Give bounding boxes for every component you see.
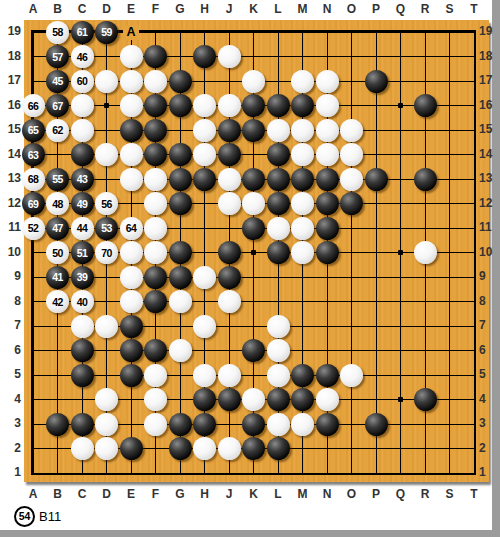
coordinate-label-top: C xyxy=(72,2,92,16)
coordinate-label-bottom: R xyxy=(415,487,435,501)
black-stone[interactable] xyxy=(414,94,437,117)
coordinate-label-right: 7 xyxy=(479,318,494,332)
star-point xyxy=(104,103,109,108)
white-stone[interactable] xyxy=(120,266,143,289)
coordinate-label-right: 1 xyxy=(479,465,494,479)
black-stone[interactable]: 45 xyxy=(46,70,69,93)
black-stone[interactable] xyxy=(267,241,290,264)
white-stone[interactable] xyxy=(218,168,241,191)
black-stone[interactable] xyxy=(267,388,290,411)
coordinate-label-top: T xyxy=(464,2,484,16)
black-stone[interactable]: 65 xyxy=(22,119,45,142)
coordinate-label-bottom: N xyxy=(317,487,337,501)
white-stone[interactable] xyxy=(71,437,94,460)
white-stone[interactable] xyxy=(120,168,143,191)
white-stone[interactable] xyxy=(193,315,216,338)
white-stone[interactable] xyxy=(144,388,167,411)
white-stone[interactable] xyxy=(218,94,241,117)
black-stone[interactable] xyxy=(144,266,167,289)
black-stone[interactable]: 47 xyxy=(46,217,69,240)
black-stone[interactable] xyxy=(120,119,143,142)
black-stone[interactable] xyxy=(144,339,167,362)
coordinate-label-left: 5 xyxy=(1,367,21,381)
coordinate-label-right: 12 xyxy=(479,196,494,210)
white-stone[interactable] xyxy=(95,437,118,460)
white-stone[interactable] xyxy=(218,364,241,387)
coordinate-label-bottom: D xyxy=(97,487,117,501)
black-stone[interactable] xyxy=(414,168,437,191)
coordinate-label-top: D xyxy=(97,2,117,16)
white-stone[interactable] xyxy=(95,315,118,338)
white-stone[interactable]: 52 xyxy=(22,217,45,240)
white-stone[interactable] xyxy=(144,241,167,264)
white-stone[interactable] xyxy=(71,94,94,117)
coordinate-label-bottom: C xyxy=(72,487,92,501)
coordinate-label-left: 13 xyxy=(1,171,21,185)
star-point xyxy=(251,250,256,255)
black-stone[interactable] xyxy=(242,217,265,240)
black-stone[interactable] xyxy=(291,94,314,117)
coordinate-label-left: 18 xyxy=(1,49,21,63)
white-stone[interactable] xyxy=(193,437,216,460)
coordinate-label-right: 14 xyxy=(479,147,494,161)
black-stone[interactable] xyxy=(169,192,192,215)
white-stone[interactable] xyxy=(71,119,94,142)
white-stone[interactable] xyxy=(267,217,290,240)
coordinate-label-right: 4 xyxy=(479,392,494,406)
coordinate-label-right: 9 xyxy=(479,269,494,283)
coordinate-label-left: 8 xyxy=(1,294,21,308)
black-stone[interactable]: 63 xyxy=(22,143,45,166)
black-stone[interactable] xyxy=(193,45,216,68)
black-stone[interactable]: 69 xyxy=(22,192,45,215)
black-stone[interactable] xyxy=(169,437,192,460)
coordinate-label-left: 19 xyxy=(1,24,21,38)
black-stone[interactable] xyxy=(365,413,388,436)
coordinate-label-top: B xyxy=(48,2,68,16)
black-stone[interactable] xyxy=(316,364,339,387)
white-stone[interactable] xyxy=(340,168,363,191)
white-stone[interactable] xyxy=(316,119,339,142)
coordinate-label-bottom: A xyxy=(23,487,43,501)
coordinate-label-top: Q xyxy=(391,2,411,16)
black-stone[interactable] xyxy=(120,315,143,338)
coordinate-label-bottom: K xyxy=(244,487,264,501)
white-stone[interactable] xyxy=(316,388,339,411)
black-stone[interactable] xyxy=(291,388,314,411)
white-stone[interactable] xyxy=(193,119,216,142)
black-stone[interactable] xyxy=(169,413,192,436)
white-stone[interactable] xyxy=(316,70,339,93)
black-stone[interactable]: 43 xyxy=(71,168,94,191)
coordinate-label-top: F xyxy=(146,2,166,16)
coordinate-label-bottom: B xyxy=(48,487,68,501)
white-stone[interactable] xyxy=(414,241,437,264)
white-stone[interactable]: 62 xyxy=(46,119,69,142)
black-stone[interactable]: 59 xyxy=(95,21,118,44)
white-stone[interactable] xyxy=(340,119,363,142)
black-stone[interactable]: 67 xyxy=(46,94,69,117)
coordinate-label-left: 11 xyxy=(1,220,21,234)
white-stone[interactable] xyxy=(316,143,339,166)
kifu-viewer-screen: 54 B11 AABBCCDDEEFFGGHHJJKKLLMMNNOOPPQQR… xyxy=(0,0,500,537)
star-point xyxy=(398,397,403,402)
black-stone[interactable]: 57 xyxy=(46,45,69,68)
black-stone[interactable] xyxy=(267,143,290,166)
white-stone[interactable] xyxy=(193,266,216,289)
white-stone[interactable] xyxy=(267,364,290,387)
black-stone[interactable]: 55 xyxy=(46,168,69,191)
coordinate-label-bottom: M xyxy=(293,487,313,501)
white-stone[interactable] xyxy=(193,143,216,166)
black-stone[interactable] xyxy=(267,94,290,117)
black-stone[interactable] xyxy=(218,388,241,411)
white-stone[interactable] xyxy=(242,388,265,411)
coordinate-label-right: 16 xyxy=(479,98,494,112)
coordinate-label-bottom: F xyxy=(146,487,166,501)
white-stone[interactable]: 44 xyxy=(71,217,94,240)
white-stone[interactable] xyxy=(120,241,143,264)
black-stone[interactable] xyxy=(144,45,167,68)
coordinate-label-left: 1 xyxy=(1,465,21,479)
black-stone[interactable] xyxy=(242,119,265,142)
white-stone[interactable] xyxy=(291,70,314,93)
white-stone[interactable] xyxy=(291,217,314,240)
black-stone[interactable] xyxy=(144,290,167,313)
white-stone[interactable] xyxy=(71,315,94,338)
coordinate-label-left: 17 xyxy=(1,73,21,87)
black-stone[interactable] xyxy=(144,119,167,142)
black-stone[interactable] xyxy=(365,70,388,93)
white-stone[interactable] xyxy=(193,94,216,117)
white-stone[interactable] xyxy=(291,241,314,264)
white-stone[interactable] xyxy=(218,290,241,313)
caption-stone-54: 54 xyxy=(14,506,35,527)
black-stone[interactable] xyxy=(169,241,192,264)
white-stone[interactable] xyxy=(95,388,118,411)
coordinate-label-bottom: E xyxy=(121,487,141,501)
white-stone[interactable]: 66 xyxy=(22,94,45,117)
white-stone[interactable] xyxy=(120,70,143,93)
white-stone[interactable] xyxy=(340,364,363,387)
coordinate-label-top: J xyxy=(219,2,239,16)
coordinate-label-bottom: L xyxy=(268,487,288,501)
white-stone[interactable] xyxy=(144,70,167,93)
black-stone[interactable] xyxy=(120,437,143,460)
white-stone[interactable] xyxy=(169,339,192,362)
black-stone[interactable] xyxy=(267,437,290,460)
white-stone[interactable]: 46 xyxy=(71,45,94,68)
black-stone[interactable]: 41 xyxy=(46,266,69,289)
coordinate-label-top: E xyxy=(121,2,141,16)
white-stone[interactable] xyxy=(144,217,167,240)
white-stone[interactable]: 58 xyxy=(46,21,69,44)
white-stone[interactable] xyxy=(95,413,118,436)
annotation-letter-A: A xyxy=(123,25,139,40)
white-stone[interactable] xyxy=(291,192,314,215)
black-stone[interactable] xyxy=(316,217,339,240)
white-stone[interactable] xyxy=(267,339,290,362)
coordinate-label-right: 11 xyxy=(479,220,494,234)
coordinate-label-right: 15 xyxy=(479,122,494,136)
white-stone[interactable] xyxy=(340,143,363,166)
coordinate-label-bottom: T xyxy=(464,487,484,501)
white-stone[interactable] xyxy=(144,413,167,436)
coordinate-label-left: 10 xyxy=(1,245,21,259)
black-stone[interactable] xyxy=(46,413,69,436)
coordinate-label-left: 16 xyxy=(1,98,21,112)
coordinate-label-left: 3 xyxy=(1,416,21,430)
coordinate-label-left: 7 xyxy=(1,318,21,332)
white-stone[interactable] xyxy=(193,364,216,387)
white-stone[interactable] xyxy=(242,70,265,93)
black-stone[interactable] xyxy=(365,168,388,191)
coordinate-label-top: P xyxy=(366,2,386,16)
white-stone[interactable] xyxy=(218,192,241,215)
black-stone[interactable] xyxy=(242,437,265,460)
white-stone[interactable] xyxy=(144,168,167,191)
black-stone[interactable] xyxy=(71,413,94,436)
black-stone[interactable] xyxy=(316,168,339,191)
coordinate-label-top: G xyxy=(170,2,190,16)
coordinate-label-left: 12 xyxy=(1,196,21,210)
black-stone[interactable] xyxy=(291,168,314,191)
white-stone[interactable] xyxy=(267,315,290,338)
coordinate-label-bottom: O xyxy=(342,487,362,501)
white-stone[interactable] xyxy=(169,290,192,313)
coordinate-label-left: 2 xyxy=(1,441,21,455)
white-stone[interactable] xyxy=(291,119,314,142)
white-stone[interactable] xyxy=(120,290,143,313)
coordinate-label-right: 8 xyxy=(479,294,494,308)
coordinate-label-right: 17 xyxy=(479,73,494,87)
coordinate-label-top: R xyxy=(415,2,435,16)
black-stone[interactable] xyxy=(169,168,192,191)
coordinate-label-right: 10 xyxy=(479,245,494,259)
black-stone[interactable] xyxy=(169,266,192,289)
coordinate-label-bottom: H xyxy=(195,487,215,501)
black-stone[interactable] xyxy=(144,143,167,166)
black-stone[interactable] xyxy=(316,192,339,215)
white-stone[interactable] xyxy=(95,70,118,93)
black-stone[interactable]: 51 xyxy=(71,241,94,264)
black-stone[interactable] xyxy=(120,364,143,387)
black-stone[interactable] xyxy=(316,413,339,436)
coordinate-label-top: A xyxy=(23,2,43,16)
star-point xyxy=(398,250,403,255)
coordinate-label-top: H xyxy=(195,2,215,16)
caption-coordinate: B11 xyxy=(39,509,61,524)
star-point xyxy=(398,103,403,108)
coordinate-label-top: N xyxy=(317,2,337,16)
coordinate-label-right: 2 xyxy=(479,441,494,455)
white-stone[interactable]: 60 xyxy=(71,70,94,93)
black-stone[interactable] xyxy=(267,168,290,191)
white-stone[interactable] xyxy=(267,119,290,142)
black-stone[interactable] xyxy=(218,119,241,142)
black-stone[interactable] xyxy=(242,168,265,191)
black-stone[interactable] xyxy=(120,339,143,362)
coordinate-label-bottom: S xyxy=(440,487,460,501)
coordinate-label-top: S xyxy=(440,2,460,16)
coordinate-label-top: M xyxy=(293,2,313,16)
black-stone[interactable]: 53 xyxy=(95,217,118,240)
black-stone[interactable] xyxy=(193,413,216,436)
black-stone[interactable] xyxy=(218,241,241,264)
white-stone[interactable]: 50 xyxy=(46,241,69,264)
black-stone[interactable]: 61 xyxy=(71,21,94,44)
white-stone[interactable] xyxy=(291,143,314,166)
white-stone[interactable]: 56 xyxy=(95,192,118,215)
coordinate-label-right: 6 xyxy=(479,343,494,357)
black-stone[interactable] xyxy=(169,143,192,166)
black-stone[interactable] xyxy=(267,192,290,215)
coordinate-label-top: L xyxy=(268,2,288,16)
white-stone[interactable] xyxy=(242,192,265,215)
coordinate-label-bottom: Q xyxy=(391,487,411,501)
white-stone[interactable]: 64 xyxy=(120,217,143,240)
black-stone[interactable] xyxy=(144,94,167,117)
white-stone[interactable] xyxy=(95,143,118,166)
black-stone[interactable] xyxy=(193,168,216,191)
white-stone[interactable] xyxy=(144,192,167,215)
coordinate-label-right: 18 xyxy=(479,49,494,63)
white-stone[interactable] xyxy=(144,364,167,387)
coordinate-label-right: 13 xyxy=(479,171,494,185)
move-caption: 54 B11 xyxy=(14,503,61,529)
coordinate-label-top: O xyxy=(342,2,362,16)
black-stone[interactable] xyxy=(242,413,265,436)
window-edge-bottom xyxy=(0,530,500,537)
white-stone[interactable]: 70 xyxy=(95,241,118,264)
black-stone[interactable] xyxy=(218,143,241,166)
black-stone[interactable] xyxy=(242,339,265,362)
black-stone[interactable] xyxy=(218,266,241,289)
black-stone[interactable] xyxy=(414,388,437,411)
coordinate-label-left: 14 xyxy=(1,147,21,161)
white-stone[interactable] xyxy=(291,413,314,436)
black-stone[interactable] xyxy=(71,143,94,166)
coordinate-label-bottom: J xyxy=(219,487,239,501)
white-stone[interactable]: 48 xyxy=(46,192,69,215)
white-stone[interactable]: 40 xyxy=(71,290,94,313)
coordinate-label-top: K xyxy=(244,2,264,16)
white-stone[interactable] xyxy=(218,45,241,68)
white-stone[interactable]: 68 xyxy=(22,168,45,191)
coordinate-label-right: 19 xyxy=(479,24,494,38)
black-stone[interactable] xyxy=(316,241,339,264)
black-stone[interactable] xyxy=(169,70,192,93)
black-stone[interactable]: 39 xyxy=(71,266,94,289)
coordinate-label-left: 6 xyxy=(1,343,21,357)
white-stone[interactable] xyxy=(316,94,339,117)
coordinate-label-left: 4 xyxy=(1,392,21,406)
white-stone[interactable] xyxy=(120,94,143,117)
coordinate-label-left: 15 xyxy=(1,122,21,136)
coordinate-label-left: 9 xyxy=(1,269,21,283)
black-stone[interactable] xyxy=(71,339,94,362)
coordinate-label-right: 3 xyxy=(479,416,494,430)
black-stone[interactable] xyxy=(291,364,314,387)
white-stone[interactable] xyxy=(120,143,143,166)
black-stone[interactable] xyxy=(71,364,94,387)
coordinate-label-bottom: P xyxy=(366,487,386,501)
coordinate-label-bottom: G xyxy=(170,487,190,501)
black-stone[interactable] xyxy=(193,388,216,411)
white-stone[interactable]: 42 xyxy=(46,290,69,313)
black-stone[interactable]: 49 xyxy=(71,192,94,215)
black-stone[interactable] xyxy=(169,94,192,117)
white-stone[interactable] xyxy=(120,45,143,68)
coordinate-label-right: 5 xyxy=(479,367,494,381)
black-stone[interactable] xyxy=(340,192,363,215)
white-stone[interactable] xyxy=(267,413,290,436)
white-stone[interactable] xyxy=(218,437,241,460)
black-stone[interactable] xyxy=(242,94,265,117)
